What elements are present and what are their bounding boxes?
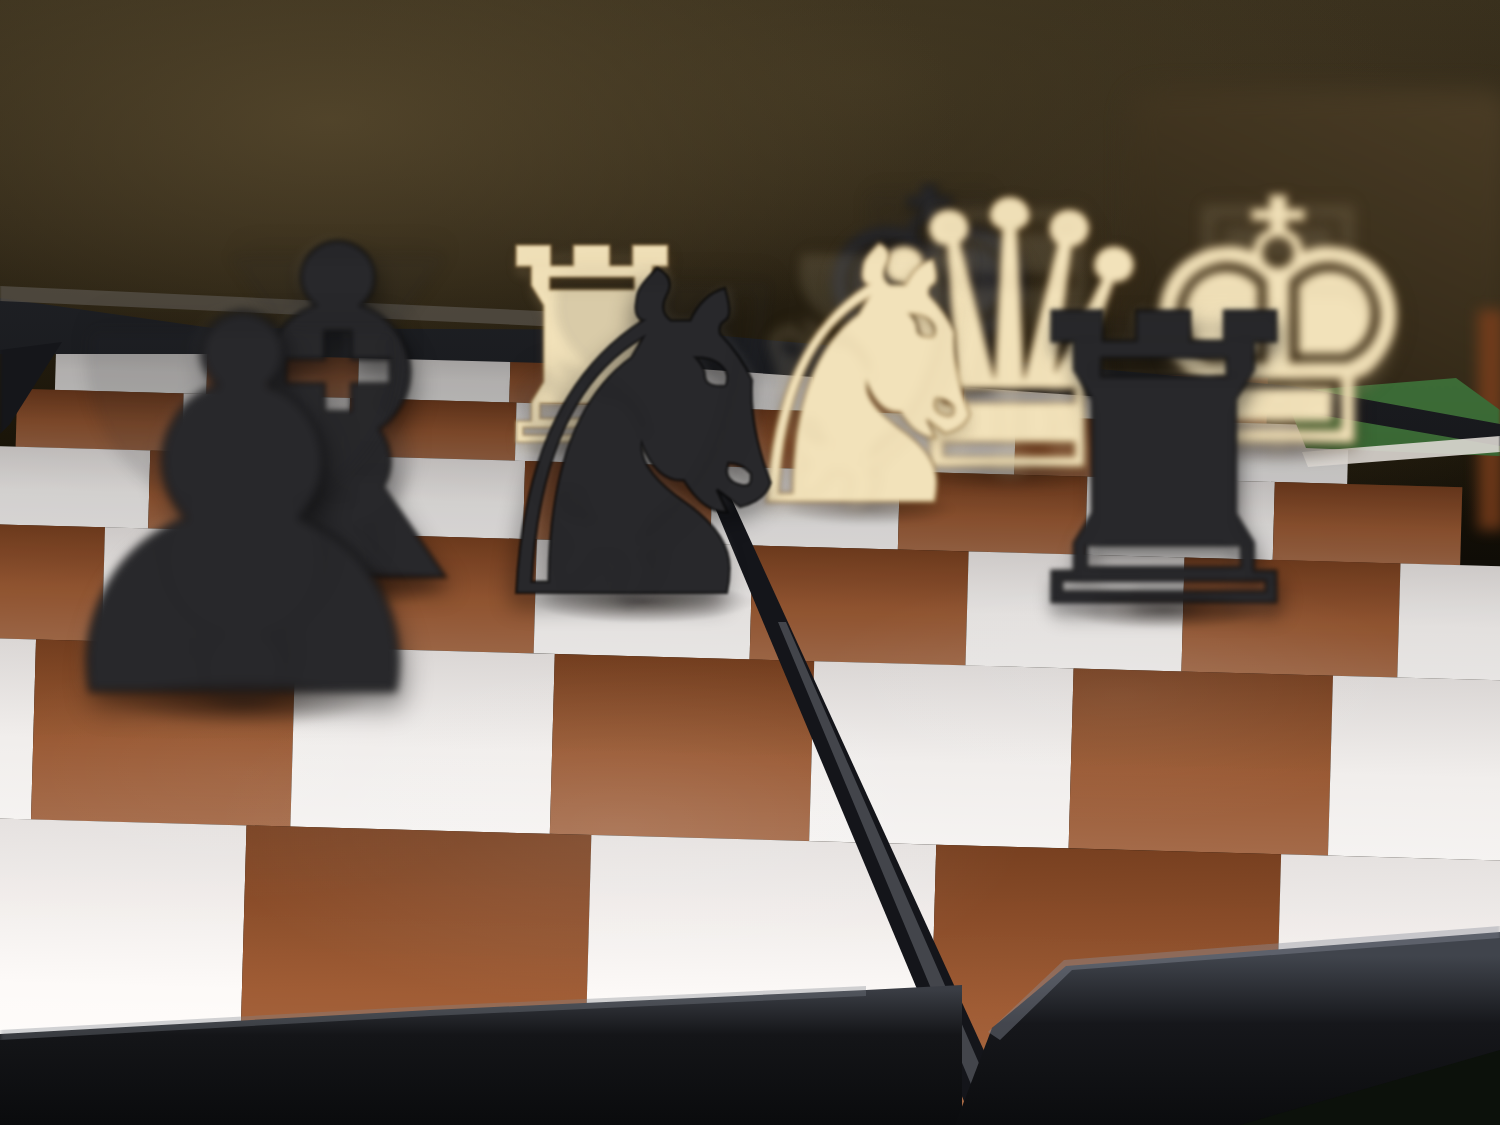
black-rook-glyph: ♜: [985, 308, 1344, 620]
photo-stage: ♚ ♜ ♚ ♛ ♞ ♝ ♞ ♜ ♟: [0, 0, 1500, 1125]
square-f4: [1069, 668, 1333, 855]
black-rook[interactable]: ♜: [764, 308, 1500, 620]
black-pawn-glyph: ♟: [10, 309, 476, 715]
square-g4: [1328, 676, 1500, 863]
black-pawn[interactable]: ♟: [0, 309, 763, 715]
